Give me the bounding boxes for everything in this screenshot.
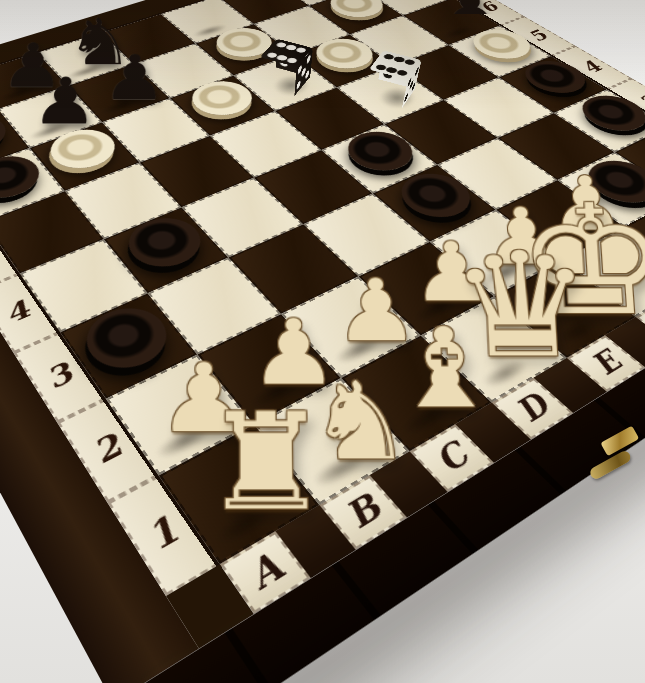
black-pawn-h6[interactable]: ♟	[441, 0, 501, 33]
chess-checkers-board: 87654321 87654321 ♟♞♚♟♟♟♟♟♟♟♟♟♜♞♝♛♚ ABCD…	[0, 0, 645, 683]
board-photo-scene: 87654321 87654321 ♟♞♚♟♟♟♟♟♟♟♟♟♜♞♝♛♚ ABCD…	[0, 0, 645, 683]
white-die-f5[interactable]	[364, 79, 415, 109]
black-king-e8[interactable]: ♚	[170, 0, 275, 32]
white-rook-a1[interactable]: ♜	[201, 401, 331, 528]
black-pawn-b7[interactable]: ♟	[31, 71, 99, 132]
die-shadow	[365, 78, 430, 118]
black-die-e6[interactable]	[259, 67, 310, 96]
black-pawn-c7[interactable]: ♟	[102, 49, 167, 108]
light-checker-g7[interactable]	[320, 0, 393, 22]
